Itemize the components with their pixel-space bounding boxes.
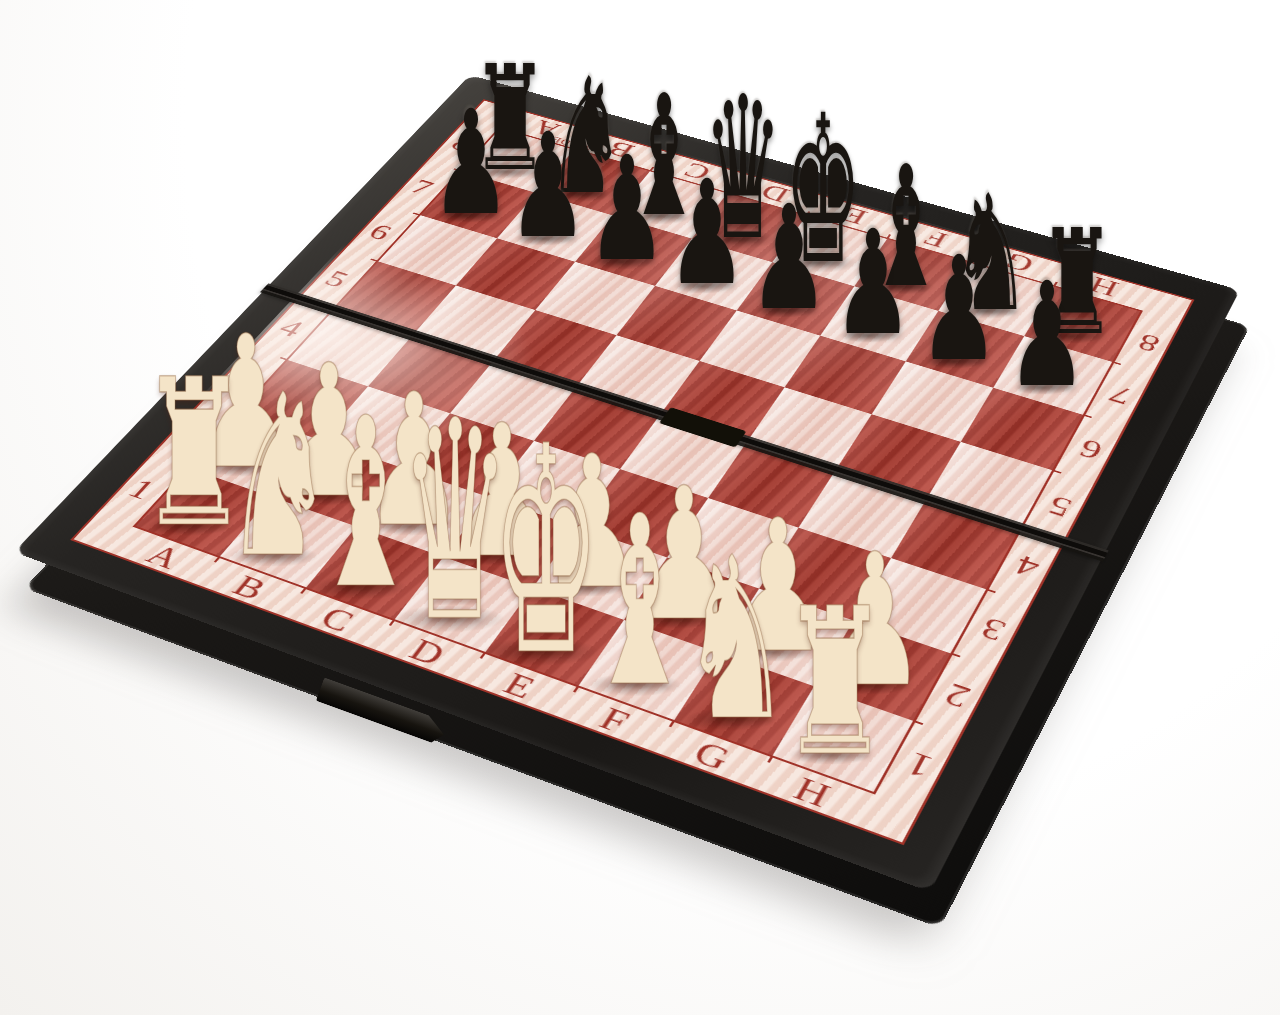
chess-board: AABBCCDDEEFFGGHH8877665544332211 MADE — [14, 75, 1240, 892]
chess-set-photo: AABBCCDDEEFFGGHH8877665544332211 MADE ♜♞… — [0, 0, 1280, 1015]
